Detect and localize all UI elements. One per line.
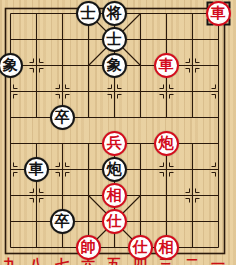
piece-red-elephant-2[interactable]: 相	[154, 235, 179, 260]
piece-black-soldier-2[interactable]: 卒	[50, 209, 75, 234]
piece-red-cannon-1[interactable]: 炮	[154, 131, 179, 156]
board-point-4-2[interactable]: 象	[101, 52, 127, 78]
board-point-4-8[interactable]: 仕	[101, 208, 127, 234]
board-point-6-9[interactable]: 相	[153, 234, 179, 260]
board-point-8-0[interactable]: 車	[205, 0, 231, 26]
board-point-4-7[interactable]: 相	[101, 182, 127, 208]
board-point-4-6[interactable]: 炮	[101, 156, 127, 182]
piece-black-chariot-1[interactable]: 車	[24, 157, 49, 182]
piece-black-soldier-1[interactable]: 卒	[50, 105, 75, 130]
piece-black-cannon-1[interactable]: 炮	[102, 157, 127, 182]
piece-black-advisor-2[interactable]: 士	[102, 27, 127, 52]
board-point-0-2[interactable]: 象	[0, 52, 23, 78]
board-point-1-6[interactable]: 車	[23, 156, 49, 182]
piece-red-chariot-2[interactable]: 車	[154, 53, 179, 78]
board-point-6-5[interactable]: 炮	[153, 130, 179, 156]
piece-red-soldier-1[interactable]: 兵	[102, 131, 127, 156]
piece-red-chariot-1[interactable]: 車	[206, 1, 231, 26]
piece-black-advisor-1[interactable]: 士	[76, 1, 101, 26]
piece-black-general[interactable]: 将	[102, 1, 127, 26]
board-point-5-9[interactable]: 仕	[127, 234, 153, 260]
piece-red-advisor-2[interactable]: 仕	[128, 235, 153, 260]
board-point-4-0[interactable]: 将	[101, 0, 127, 26]
pieces-layer: 士将車士象象車卒兵炮車炮相卒仕帥仕相	[0, 0, 231, 260]
board-point-3-9[interactable]: 帥	[75, 234, 101, 260]
board-point-3-0[interactable]: 士	[75, 0, 101, 26]
xiangqi-board: 九八七六五四三二一 士将車士象象車卒兵炮車炮相卒仕帥仕相	[0, 0, 236, 265]
board-point-2-4[interactable]: 卒	[49, 104, 75, 130]
piece-red-general[interactable]: 帥	[76, 235, 101, 260]
board-point-6-2[interactable]: 車	[153, 52, 179, 78]
piece-red-advisor-1[interactable]: 仕	[102, 209, 127, 234]
piece-black-elephant-1[interactable]: 象	[0, 53, 23, 78]
piece-black-elephant-2[interactable]: 象	[102, 53, 127, 78]
piece-red-elephant-1[interactable]: 相	[102, 183, 127, 208]
board-point-2-8[interactable]: 卒	[49, 208, 75, 234]
board-point-4-1[interactable]: 士	[101, 26, 127, 52]
board-point-4-5[interactable]: 兵	[101, 130, 127, 156]
